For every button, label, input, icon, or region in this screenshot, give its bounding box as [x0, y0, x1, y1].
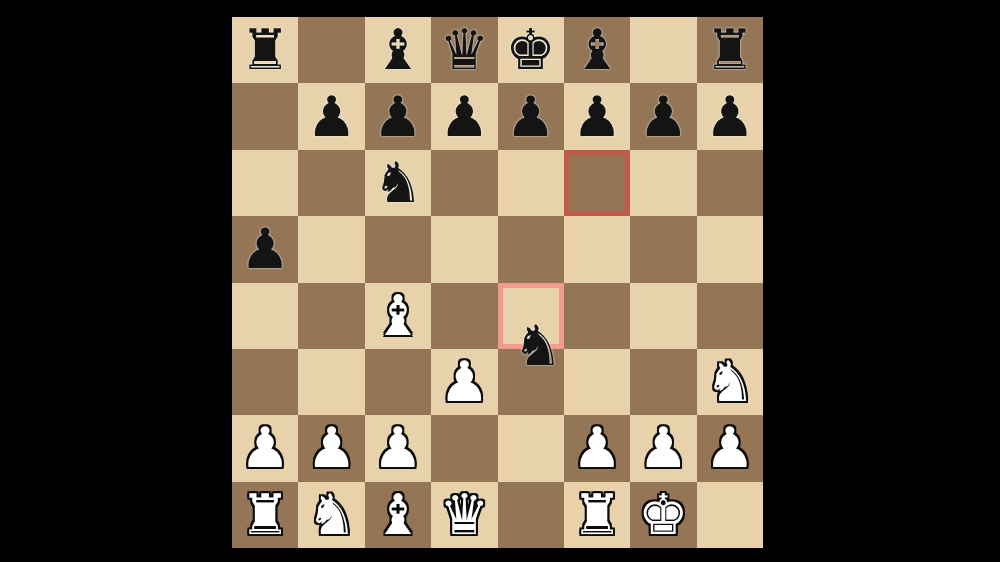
black-pawn[interactable]: ♟ — [572, 89, 622, 145]
square-b2[interactable]: ♟ — [298, 415, 364, 481]
black-bishop[interactable]: ♝ — [572, 22, 622, 78]
white-pawn[interactable]: ♟ — [373, 420, 423, 476]
black-rook[interactable]: ♜ — [240, 22, 290, 78]
square-c5[interactable] — [365, 216, 431, 282]
square-e5[interactable] — [498, 216, 564, 282]
square-d8[interactable]: ♛ — [431, 17, 497, 83]
square-h1[interactable] — [697, 482, 763, 548]
square-h3[interactable]: ♞ — [697, 349, 763, 415]
black-rook[interactable]: ♜ — [705, 22, 755, 78]
square-c6[interactable]: ♞ — [365, 150, 431, 216]
square-a7[interactable] — [232, 83, 298, 149]
square-f8[interactable]: ♝ — [564, 17, 630, 83]
white-pawn[interactable]: ♟ — [705, 420, 755, 476]
white-rook[interactable]: ♜ — [572, 487, 622, 543]
square-h6[interactable] — [697, 150, 763, 216]
square-g4[interactable] — [630, 283, 696, 349]
square-g6[interactable] — [630, 150, 696, 216]
square-h7[interactable]: ♟ — [697, 83, 763, 149]
square-h5[interactable] — [697, 216, 763, 282]
white-bishop[interactable]: ♝ — [373, 288, 423, 344]
white-pawn[interactable]: ♟ — [572, 420, 622, 476]
square-e7[interactable]: ♟ — [498, 83, 564, 149]
square-f4[interactable] — [564, 283, 630, 349]
square-a2[interactable]: ♟ — [232, 415, 298, 481]
black-knight[interactable]: ♞ — [373, 155, 423, 211]
square-h8[interactable]: ♜ — [697, 17, 763, 83]
square-c3[interactable] — [365, 349, 431, 415]
white-knight[interactable]: ♞ — [705, 354, 755, 410]
square-d2[interactable] — [431, 415, 497, 481]
square-g2[interactable]: ♟ — [630, 415, 696, 481]
chess-board: ♜♝♛♚♝♜♟♟♟♟♟♟♟♞♟♝♞♟♞♟♟♟♟♟♟♜♞♝♛♜♚ — [232, 17, 763, 548]
square-f7[interactable]: ♟ — [564, 83, 630, 149]
square-d3[interactable]: ♟ — [431, 349, 497, 415]
square-f5[interactable] — [564, 216, 630, 282]
black-knight[interactable]: ♞ — [513, 318, 563, 374]
square-e4-last-move-to-highlight[interactable]: ♞ — [498, 283, 564, 349]
square-g8[interactable] — [630, 17, 696, 83]
white-queen[interactable]: ♛ — [439, 487, 489, 543]
square-b1[interactable]: ♞ — [298, 482, 364, 548]
square-e8[interactable]: ♚ — [498, 17, 564, 83]
square-b4[interactable] — [298, 283, 364, 349]
square-d7[interactable]: ♟ — [431, 83, 497, 149]
black-pawn[interactable]: ♟ — [373, 89, 423, 145]
white-pawn[interactable]: ♟ — [306, 420, 356, 476]
square-b5[interactable] — [298, 216, 364, 282]
white-knight[interactable]: ♞ — [306, 487, 356, 543]
square-e1[interactable] — [498, 482, 564, 548]
black-queen[interactable]: ♛ — [439, 22, 489, 78]
square-e2[interactable] — [498, 415, 564, 481]
square-d1[interactable]: ♛ — [431, 482, 497, 548]
black-bishop[interactable]: ♝ — [373, 22, 423, 78]
square-e6[interactable] — [498, 150, 564, 216]
square-f1[interactable]: ♜ — [564, 482, 630, 548]
white-bishop[interactable]: ♝ — [373, 487, 423, 543]
square-g1[interactable]: ♚ — [630, 482, 696, 548]
square-c8[interactable]: ♝ — [365, 17, 431, 83]
square-a3[interactable] — [232, 349, 298, 415]
square-a4[interactable] — [232, 283, 298, 349]
white-pawn[interactable]: ♟ — [638, 420, 688, 476]
square-f3[interactable] — [564, 349, 630, 415]
square-a5[interactable]: ♟ — [232, 216, 298, 282]
square-d5[interactable] — [431, 216, 497, 282]
square-f2[interactable]: ♟ — [564, 415, 630, 481]
white-pawn[interactable]: ♟ — [439, 354, 489, 410]
square-f6-last-move-from-highlight[interactable] — [564, 150, 630, 216]
square-h4[interactable] — [697, 283, 763, 349]
square-c1[interactable]: ♝ — [365, 482, 431, 548]
black-pawn[interactable]: ♟ — [306, 89, 356, 145]
square-g7[interactable]: ♟ — [630, 83, 696, 149]
square-b7[interactable]: ♟ — [298, 83, 364, 149]
black-pawn[interactable]: ♟ — [506, 89, 556, 145]
screen: ♜♝♛♚♝♜♟♟♟♟♟♟♟♞♟♝♞♟♞♟♟♟♟♟♟♜♞♝♛♜♚ — [0, 0, 1000, 562]
square-b8[interactable] — [298, 17, 364, 83]
square-d6[interactable] — [431, 150, 497, 216]
black-pawn[interactable]: ♟ — [439, 89, 489, 145]
square-h2[interactable]: ♟ — [697, 415, 763, 481]
square-b6[interactable] — [298, 150, 364, 216]
square-a6[interactable] — [232, 150, 298, 216]
square-g3[interactable] — [630, 349, 696, 415]
square-c7[interactable]: ♟ — [365, 83, 431, 149]
square-g5[interactable] — [630, 216, 696, 282]
white-king[interactable]: ♚ — [638, 487, 688, 543]
square-b3[interactable] — [298, 349, 364, 415]
square-c2[interactable]: ♟ — [365, 415, 431, 481]
black-king[interactable]: ♚ — [506, 22, 556, 78]
black-pawn[interactable]: ♟ — [240, 221, 290, 277]
square-c4[interactable]: ♝ — [365, 283, 431, 349]
square-d4[interactable] — [431, 283, 497, 349]
black-pawn[interactable]: ♟ — [638, 89, 688, 145]
white-rook[interactable]: ♜ — [240, 487, 290, 543]
white-pawn[interactable]: ♟ — [240, 420, 290, 476]
square-a8[interactable]: ♜ — [232, 17, 298, 83]
black-pawn[interactable]: ♟ — [705, 89, 755, 145]
square-a1[interactable]: ♜ — [232, 482, 298, 548]
